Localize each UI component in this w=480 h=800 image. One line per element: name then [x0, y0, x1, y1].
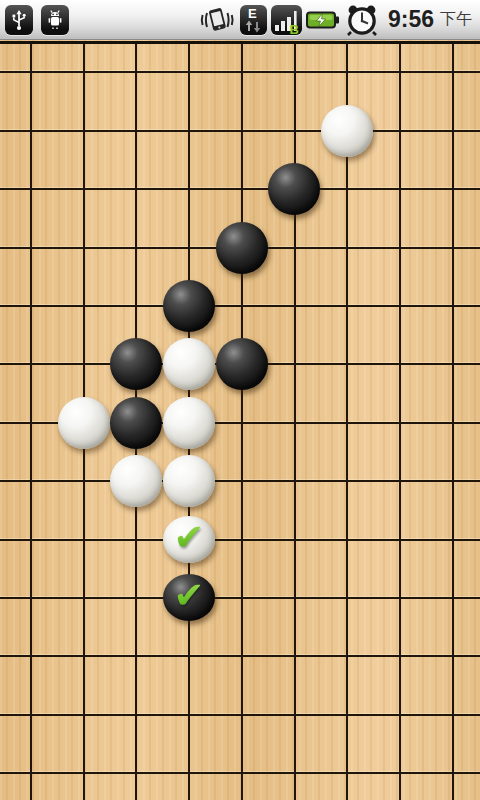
stone-black	[110, 397, 162, 449]
clock-time: 9:56	[388, 6, 434, 33]
svg-text:E: E	[248, 6, 257, 21]
stone-layer: ✔✔	[5, 43, 479, 800]
last-move-check-icon: ✔	[174, 519, 205, 556]
edge-data-icon: E	[240, 5, 267, 35]
stone-white	[163, 397, 215, 449]
stone-black	[110, 338, 162, 390]
signal-strength-icon: B	[271, 5, 302, 35]
stone-white	[321, 105, 373, 157]
goban[interactable]: ✔✔	[0, 40, 480, 800]
stone-black	[216, 222, 268, 274]
stone-black	[163, 280, 215, 332]
stone-black	[216, 338, 268, 390]
android-status-bar: E B	[0, 0, 480, 40]
stone-white-last-move: ✔	[163, 516, 215, 563]
svg-text:B: B	[289, 21, 298, 34]
stone-white	[163, 338, 215, 390]
stone-white	[58, 397, 110, 449]
clock-period: 下午	[440, 9, 472, 30]
last-move-check-icon: ✔	[174, 577, 205, 614]
app-screen: E B	[0, 0, 480, 800]
usb-icon	[5, 5, 33, 35]
stone-white	[163, 455, 215, 507]
stone-white	[110, 455, 162, 507]
status-icons-left	[5, 5, 69, 35]
status-icons-right: E B	[198, 3, 475, 37]
stone-black-last-move: ✔	[163, 574, 215, 621]
alarm-clock-icon	[344, 3, 380, 37]
vibrate-icon	[198, 4, 236, 36]
adb-debug-icon	[41, 5, 69, 35]
stone-black	[268, 163, 320, 215]
battery-charging-icon	[306, 10, 340, 30]
